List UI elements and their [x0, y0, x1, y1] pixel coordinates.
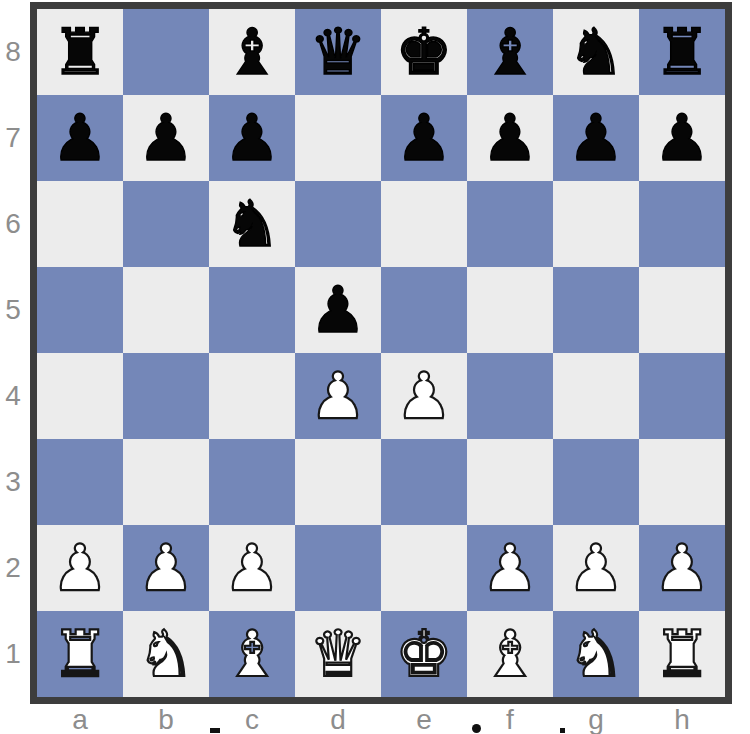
piece-black-rook[interactable]: ♜ — [639, 9, 725, 95]
square-h2[interactable]: ♟ — [639, 525, 725, 611]
piece-black-pawn[interactable]: ♟ — [467, 95, 553, 181]
square-a8[interactable]: ♜ — [37, 9, 123, 95]
square-f2[interactable]: ♟ — [467, 525, 553, 611]
chess-board: ♜♝♛♚♝♞♜♟♟♟♟♟♟♟♞♟♟♟♟♟♟♟♟♟♜♞♝♛♚♝♞♜ — [30, 2, 732, 704]
piece-black-bishop[interactable]: ♝ — [467, 9, 553, 95]
piece-white-bishop[interactable]: ♝ — [209, 611, 295, 697]
piece-black-king[interactable]: ♚ — [381, 9, 467, 95]
square-h5[interactable] — [639, 267, 725, 353]
file-label-h: h — [639, 704, 725, 734]
square-c6[interactable]: ♞ — [209, 181, 295, 267]
square-c2[interactable]: ♟ — [209, 525, 295, 611]
piece-white-pawn[interactable]: ♟ — [553, 525, 639, 611]
square-b2[interactable]: ♟ — [123, 525, 209, 611]
file-label-c: c — [209, 704, 295, 734]
square-e1[interactable]: ♚ — [381, 611, 467, 697]
square-b4[interactable] — [123, 353, 209, 439]
piece-white-pawn[interactable]: ♟ — [467, 525, 553, 611]
square-g7[interactable]: ♟ — [553, 95, 639, 181]
piece-white-rook[interactable]: ♜ — [37, 611, 123, 697]
piece-white-pawn[interactable]: ♟ — [639, 525, 725, 611]
square-d5[interactable]: ♟ — [295, 267, 381, 353]
piece-white-queen[interactable]: ♛ — [295, 611, 381, 697]
rank-label-5: 5 — [0, 267, 26, 353]
square-d1[interactable]: ♛ — [295, 611, 381, 697]
square-a5[interactable] — [37, 267, 123, 353]
rank-label-1: 1 — [0, 611, 26, 697]
cutoff-glyph-fragment — [560, 728, 565, 733]
square-g4[interactable] — [553, 353, 639, 439]
piece-black-queen[interactable]: ♛ — [295, 9, 381, 95]
square-c1[interactable]: ♝ — [209, 611, 295, 697]
piece-white-pawn[interactable]: ♟ — [209, 525, 295, 611]
piece-black-pawn[interactable]: ♟ — [639, 95, 725, 181]
square-e5[interactable] — [381, 267, 467, 353]
rank-label-3: 3 — [0, 439, 26, 525]
square-h6[interactable] — [639, 181, 725, 267]
square-d2[interactable] — [295, 525, 381, 611]
square-g1[interactable]: ♞ — [553, 611, 639, 697]
piece-black-rook[interactable]: ♜ — [37, 9, 123, 95]
square-a6[interactable] — [37, 181, 123, 267]
cutoff-glyph-fragment — [472, 724, 481, 733]
square-e6[interactable] — [381, 181, 467, 267]
square-a1[interactable]: ♜ — [37, 611, 123, 697]
square-a7[interactable]: ♟ — [37, 95, 123, 181]
square-h7[interactable]: ♟ — [639, 95, 725, 181]
piece-black-pawn[interactable]: ♟ — [295, 267, 381, 353]
rank-label-7: 7 — [0, 95, 26, 181]
square-b1[interactable]: ♞ — [123, 611, 209, 697]
square-c5[interactable] — [209, 267, 295, 353]
square-b6[interactable] — [123, 181, 209, 267]
square-a3[interactable] — [37, 439, 123, 525]
square-h3[interactable] — [639, 439, 725, 525]
rank-label-4: 4 — [0, 353, 26, 439]
piece-white-knight[interactable]: ♞ — [553, 611, 639, 697]
square-e2[interactable] — [381, 525, 467, 611]
square-a4[interactable] — [37, 353, 123, 439]
piece-white-rook[interactable]: ♜ — [639, 611, 725, 697]
square-h4[interactable] — [639, 353, 725, 439]
square-e3[interactable] — [381, 439, 467, 525]
piece-white-pawn[interactable]: ♟ — [123, 525, 209, 611]
square-g2[interactable]: ♟ — [553, 525, 639, 611]
piece-black-knight[interactable]: ♞ — [553, 9, 639, 95]
square-f6[interactable] — [467, 181, 553, 267]
piece-white-pawn[interactable]: ♟ — [381, 353, 467, 439]
piece-white-bishop[interactable]: ♝ — [467, 611, 553, 697]
square-d7[interactable] — [295, 95, 381, 181]
file-label-d: d — [295, 704, 381, 734]
square-g3[interactable] — [553, 439, 639, 525]
square-e4[interactable]: ♟ — [381, 353, 467, 439]
square-f7[interactable]: ♟ — [467, 95, 553, 181]
piece-white-knight[interactable]: ♞ — [123, 611, 209, 697]
piece-black-pawn[interactable]: ♟ — [381, 95, 467, 181]
square-b3[interactable] — [123, 439, 209, 525]
square-d8[interactable]: ♛ — [295, 9, 381, 95]
square-h1[interactable]: ♜ — [639, 611, 725, 697]
piece-black-pawn[interactable]: ♟ — [209, 95, 295, 181]
square-c8[interactable]: ♝ — [209, 9, 295, 95]
square-c7[interactable]: ♟ — [209, 95, 295, 181]
piece-black-pawn[interactable]: ♟ — [553, 95, 639, 181]
square-f3[interactable] — [467, 439, 553, 525]
piece-black-pawn[interactable]: ♟ — [123, 95, 209, 181]
square-b5[interactable] — [123, 267, 209, 353]
cutoff-glyph-fragment — [210, 728, 220, 733]
square-e8[interactable]: ♚ — [381, 9, 467, 95]
square-b7[interactable]: ♟ — [123, 95, 209, 181]
square-f5[interactable] — [467, 267, 553, 353]
piece-black-knight[interactable]: ♞ — [209, 181, 295, 267]
piece-white-king[interactable]: ♚ — [381, 611, 467, 697]
file-label-g: g — [553, 704, 639, 734]
square-c4[interactable] — [209, 353, 295, 439]
square-a2[interactable]: ♟ — [37, 525, 123, 611]
piece-white-pawn[interactable]: ♟ — [295, 353, 381, 439]
square-d6[interactable] — [295, 181, 381, 267]
file-label-e: e — [381, 704, 467, 734]
square-f4[interactable] — [467, 353, 553, 439]
square-d4[interactable]: ♟ — [295, 353, 381, 439]
square-g8[interactable]: ♞ — [553, 9, 639, 95]
piece-black-bishop[interactable]: ♝ — [209, 9, 295, 95]
rank-label-2: 2 — [0, 525, 26, 611]
square-c3[interactable] — [209, 439, 295, 525]
rank-label-6: 6 — [0, 181, 26, 267]
square-e7[interactable]: ♟ — [381, 95, 467, 181]
file-label-a: a — [37, 704, 123, 734]
square-f8[interactable]: ♝ — [467, 9, 553, 95]
square-g5[interactable] — [553, 267, 639, 353]
rank-label-8: 8 — [0, 9, 26, 95]
square-b8[interactable] — [123, 9, 209, 95]
square-f1[interactable]: ♝ — [467, 611, 553, 697]
square-d3[interactable] — [295, 439, 381, 525]
piece-white-pawn[interactable]: ♟ — [37, 525, 123, 611]
square-h8[interactable]: ♜ — [639, 9, 725, 95]
file-label-b: b — [123, 704, 209, 734]
piece-black-pawn[interactable]: ♟ — [37, 95, 123, 181]
square-g6[interactable] — [553, 181, 639, 267]
